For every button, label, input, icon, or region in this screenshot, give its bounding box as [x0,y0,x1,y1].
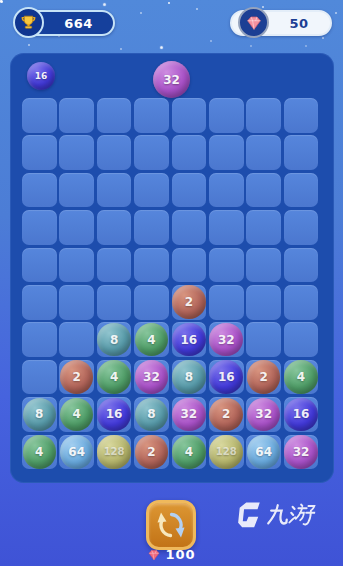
ball-2: 2 [135,435,169,469]
board-cell[interactable] [246,98,281,133]
board-cell[interactable] [22,285,57,320]
board-cell[interactable] [246,248,281,283]
board-cell[interactable] [209,248,244,283]
board-cell[interactable]: 32 [172,397,207,432]
ball-2: 2 [247,360,281,394]
ball-4: 4 [60,398,94,432]
ball-128: 128 [97,435,131,469]
board-cell[interactable] [59,173,94,208]
star-decorations-bright [0,0,3,3]
brand-watermark [235,501,317,528]
board-cell[interactable]: 64 [246,435,281,470]
refresh-button[interactable] [146,500,196,550]
spawn-area: 16 32 [10,53,334,98]
jiuyou-g-mark-icon [235,501,265,528]
board-cell[interactable] [134,98,169,133]
board-cell[interactable] [22,322,57,357]
board-cell[interactable] [284,322,319,357]
gems-value: 50 [268,16,330,31]
ball-64: 64 [247,435,281,469]
ball-8: 8 [23,398,57,432]
board-cell[interactable] [97,248,132,283]
board-cell[interactable] [134,285,169,320]
board-cell[interactable]: 32 [284,435,319,470]
board-cell[interactable]: 2 [246,360,281,395]
ball-16: 16 [284,398,318,432]
board-cell[interactable] [246,135,281,170]
board-cell[interactable] [172,98,207,133]
score-value: 664 [44,16,113,31]
ball-2: 2 [60,360,94,394]
board-cell[interactable] [172,173,207,208]
board-cell[interactable] [246,285,281,320]
board-cell[interactable] [246,173,281,208]
board-cell[interactable] [59,322,94,357]
ball-8: 8 [172,360,206,394]
board-cell[interactable] [284,285,319,320]
board-cell[interactable] [284,135,319,170]
board-cell[interactable]: 4 [59,397,94,432]
board-cell[interactable] [209,98,244,133]
board-cell[interactable]: 8 [134,397,169,432]
board-cell[interactable] [209,135,244,170]
board-cell[interactable] [172,248,207,283]
board-cell[interactable]: 8 [22,397,57,432]
gem-badge [238,7,269,38]
ball-16: 16 [172,323,206,357]
refresh-cost-value: 100 [165,547,195,562]
board-cell[interactable] [209,173,244,208]
board-cell[interactable]: 4 [284,360,319,395]
brand-name-jiuyou [266,502,317,528]
board-cell[interactable] [59,210,94,245]
board-cell[interactable]: 16 [172,322,207,357]
board-cell[interactable]: 32 [209,322,244,357]
board-cell[interactable]: 16 [209,360,244,395]
current-ball[interactable]: 32 [153,61,190,98]
board-cell[interactable]: 16 [284,397,319,432]
board-cell[interactable] [246,322,281,357]
game-board: 2841632243281624841683223216464128241286… [22,98,318,469]
board-cell[interactable] [172,210,207,245]
ball-32: 32 [209,323,243,357]
score-pill: 664 [14,10,115,36]
board-cell[interactable] [59,248,94,283]
board-cell[interactable] [59,98,94,133]
board-cell[interactable]: 2 [134,435,169,470]
board-cell[interactable] [97,285,132,320]
diamond-icon [245,15,263,31]
ball-16: 16 [97,398,131,432]
board-cell[interactable] [134,135,169,170]
board-cell[interactable]: 2 [209,397,244,432]
refresh-arrows-icon [155,509,187,541]
board-cell[interactable] [22,98,57,133]
next-ball: 16 [27,62,55,90]
board-cell[interactable] [59,285,94,320]
board-cell[interactable]: 4 [134,322,169,357]
board-cell[interactable]: 2 [59,360,94,395]
board-cell[interactable]: 32 [246,397,281,432]
board-cell[interactable] [172,135,207,170]
trophy-badge [13,7,44,38]
board-cell[interactable]: 4 [22,435,57,470]
board-panel: 16 32 2841632243281624841683223216464128… [10,53,334,483]
ball-32: 32 [135,360,169,394]
board-cell[interactable] [284,210,319,245]
ball-2: 2 [209,398,243,432]
ball-4: 4 [284,360,318,394]
ball-64: 64 [60,435,94,469]
board-cell[interactable] [97,173,132,208]
board-cell[interactable] [209,210,244,245]
refresh-cost-row: 100 [0,547,343,562]
board-cell[interactable] [284,173,319,208]
ball-128: 128 [209,435,243,469]
ball-32: 32 [172,398,206,432]
ball-8: 8 [97,323,131,357]
board-cell[interactable]: 128 [209,435,244,470]
board-cell[interactable] [97,135,132,170]
board-cell[interactable]: 2 [172,285,207,320]
game-screen: 664 50 16 32 284163224328162484168322321… [0,0,343,566]
board-cell[interactable] [22,173,57,208]
board-cell[interactable]: 128 [97,435,132,470]
board-cell[interactable]: 4 [172,435,207,470]
board-cell[interactable] [22,135,57,170]
gems-pill[interactable]: 50 [230,10,332,36]
board-cell[interactable]: 8 [97,322,132,357]
board-cell[interactable]: 8 [172,360,207,395]
board-cell[interactable] [97,98,132,133]
board-cell[interactable] [134,248,169,283]
board-cell[interactable] [97,210,132,245]
ball-4: 4 [97,360,131,394]
ball-4: 4 [172,435,206,469]
board-cell[interactable] [134,173,169,208]
ball-32: 32 [284,435,318,469]
board-cell[interactable] [134,210,169,245]
board-cell[interactable]: 16 [97,397,132,432]
board-cell[interactable]: 32 [134,360,169,395]
board-cell[interactable] [22,210,57,245]
ball-4: 4 [23,435,57,469]
trophy-icon [20,14,37,31]
diamond-cost-icon [147,549,161,561]
board-cell[interactable]: 4 [97,360,132,395]
ball-16: 16 [209,360,243,394]
board-cell[interactable]: 64 [59,435,94,470]
board-cell[interactable] [209,285,244,320]
board-cell[interactable] [22,360,57,395]
board-cell[interactable] [284,248,319,283]
ball-32: 32 [247,398,281,432]
board-cell[interactable] [284,98,319,133]
ball-8: 8 [135,398,169,432]
board-cell[interactable] [246,210,281,245]
board-cell[interactable] [59,135,94,170]
ball-4: 4 [135,323,169,357]
ball-2: 2 [172,285,206,319]
board-cell[interactable] [22,248,57,283]
